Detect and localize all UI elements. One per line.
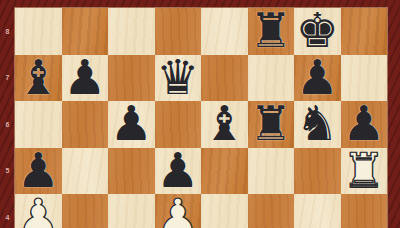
square-e6[interactable]: ♝ xyxy=(201,101,248,148)
square-c4[interactable] xyxy=(108,194,155,228)
square-f5[interactable] xyxy=(248,148,295,195)
chess-board-screenshot: ♜♚♝♟♛♟♟♝♜♞♟♟♟♜♟♟ 87654 xyxy=(0,0,400,228)
square-b8[interactable] xyxy=(62,8,109,55)
square-b4[interactable] xyxy=(62,194,109,228)
square-c6[interactable]: ♟ xyxy=(108,101,155,148)
rank-label-7: 7 xyxy=(0,55,15,102)
square-h5[interactable]: ♜ xyxy=(341,148,388,195)
square-e7[interactable] xyxy=(201,55,248,102)
piece-black-pawn-a5[interactable]: ♟ xyxy=(17,146,60,194)
square-h4[interactable] xyxy=(341,194,388,228)
square-h8[interactable] xyxy=(341,8,388,55)
chess-board: ♜♚♝♟♛♟♟♝♜♞♟♟♟♜♟♟ xyxy=(15,8,387,228)
piece-white-pawn-a4[interactable]: ♟ xyxy=(17,192,60,228)
square-g4[interactable] xyxy=(294,194,341,228)
square-d6[interactable] xyxy=(155,101,202,148)
square-h7[interactable] xyxy=(341,55,388,102)
rank-label-8: 8 xyxy=(0,8,15,55)
square-f6[interactable]: ♜ xyxy=(248,101,295,148)
piece-white-rook-h5[interactable]: ♜ xyxy=(342,146,385,194)
square-e5[interactable] xyxy=(201,148,248,195)
piece-black-rook-f8[interactable]: ♜ xyxy=(249,6,292,54)
piece-black-king-g8[interactable]: ♚ xyxy=(296,6,339,54)
square-g5[interactable] xyxy=(294,148,341,195)
square-a5[interactable]: ♟ xyxy=(15,148,62,195)
piece-white-pawn-d4[interactable]: ♟ xyxy=(156,192,199,228)
square-d5[interactable]: ♟ xyxy=(155,148,202,195)
square-g7[interactable]: ♟ xyxy=(294,55,341,102)
square-h6[interactable]: ♟ xyxy=(341,101,388,148)
square-d4[interactable]: ♟ xyxy=(155,194,202,228)
piece-black-pawn-c6[interactable]: ♟ xyxy=(110,99,153,147)
square-g6[interactable]: ♞ xyxy=(294,101,341,148)
square-d7[interactable]: ♛ xyxy=(155,55,202,102)
piece-black-bishop-a7[interactable]: ♝ xyxy=(17,53,60,101)
square-c8[interactable] xyxy=(108,8,155,55)
square-b5[interactable] xyxy=(62,148,109,195)
square-c5[interactable] xyxy=(108,148,155,195)
piece-black-pawn-b7[interactable]: ♟ xyxy=(63,53,106,101)
piece-black-pawn-g7[interactable]: ♟ xyxy=(296,53,339,101)
square-a7[interactable]: ♝ xyxy=(15,55,62,102)
square-g8[interactable]: ♚ xyxy=(294,8,341,55)
square-f7[interactable] xyxy=(248,55,295,102)
square-b6[interactable] xyxy=(62,101,109,148)
piece-black-pawn-d5[interactable]: ♟ xyxy=(156,146,199,194)
rank-label-6: 6 xyxy=(0,101,15,148)
square-a6[interactable] xyxy=(15,101,62,148)
square-e8[interactable] xyxy=(201,8,248,55)
piece-black-queen-d7[interactable]: ♛ xyxy=(156,53,199,101)
rank-label-5: 5 xyxy=(0,148,15,195)
rank-label-4: 4 xyxy=(0,194,15,228)
square-f8[interactable]: ♜ xyxy=(248,8,295,55)
square-a8[interactable] xyxy=(15,8,62,55)
piece-black-rook-f6[interactable]: ♜ xyxy=(249,99,292,147)
square-d8[interactable] xyxy=(155,8,202,55)
square-f4[interactable] xyxy=(248,194,295,228)
square-b7[interactable]: ♟ xyxy=(62,55,109,102)
piece-black-knight-g6[interactable]: ♞ xyxy=(296,99,339,147)
piece-black-bishop-e6[interactable]: ♝ xyxy=(203,99,246,147)
square-e4[interactable] xyxy=(201,194,248,228)
square-a4[interactable]: ♟ xyxy=(15,194,62,228)
piece-black-pawn-h6[interactable]: ♟ xyxy=(342,99,385,147)
square-c7[interactable] xyxy=(108,55,155,102)
